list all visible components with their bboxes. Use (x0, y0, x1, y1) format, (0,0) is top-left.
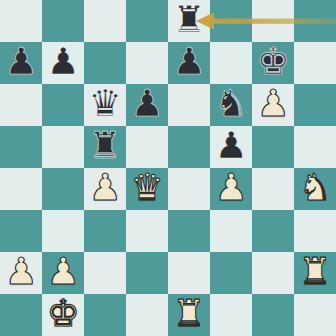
black-pawn-a7[interactable]: ♟ (4, 41, 37, 83)
square-e8[interactable]: ♜ (168, 0, 210, 42)
black-rook-c5[interactable]: ♜ (88, 125, 121, 167)
square-a5[interactable] (0, 126, 42, 168)
square-c3[interactable] (84, 210, 126, 252)
black-queen-c6[interactable]: ♛ (88, 83, 121, 125)
square-c2[interactable] (84, 252, 126, 294)
square-d2[interactable] (126, 252, 168, 294)
square-c7[interactable] (84, 42, 126, 84)
square-g8[interactable] (252, 0, 294, 42)
black-pawn-d6[interactable]: ♟ (130, 83, 163, 125)
square-b6[interactable] (42, 84, 84, 126)
square-h6[interactable] (294, 84, 336, 126)
square-a4[interactable] (0, 168, 42, 210)
square-a2[interactable]: ♟ (0, 252, 42, 294)
square-e6[interactable] (168, 84, 210, 126)
square-c6[interactable]: ♛ (84, 84, 126, 126)
square-a6[interactable] (0, 84, 42, 126)
square-b2[interactable]: ♟ (42, 252, 84, 294)
square-e3[interactable] (168, 210, 210, 252)
square-d6[interactable]: ♟ (126, 84, 168, 126)
chess-board: ♜♟♟♟♚♛♟♞♟♜♟♟♛♟♞♟♟♜♚♜ (0, 0, 336, 336)
square-e2[interactable] (168, 252, 210, 294)
square-d5[interactable] (126, 126, 168, 168)
white-pawn-g6[interactable]: ♟ (256, 83, 289, 125)
square-g3[interactable] (252, 210, 294, 252)
square-f7[interactable] (210, 42, 252, 84)
square-b1[interactable]: ♚ (42, 294, 84, 336)
square-h7[interactable] (294, 42, 336, 84)
square-e4[interactable] (168, 168, 210, 210)
square-a1[interactable] (0, 294, 42, 336)
black-king-g7[interactable]: ♚ (256, 41, 289, 83)
square-f2[interactable] (210, 252, 252, 294)
square-h1[interactable] (294, 294, 336, 336)
square-d3[interactable] (126, 210, 168, 252)
square-e7[interactable]: ♟ (168, 42, 210, 84)
square-a3[interactable] (0, 210, 42, 252)
white-king-b1[interactable]: ♚ (46, 293, 79, 335)
square-h3[interactable] (294, 210, 336, 252)
white-pawn-b2[interactable]: ♟ (46, 251, 79, 293)
square-f6[interactable]: ♞ (210, 84, 252, 126)
square-e1[interactable]: ♜ (168, 294, 210, 336)
square-b7[interactable]: ♟ (42, 42, 84, 84)
white-pawn-a2[interactable]: ♟ (4, 251, 37, 293)
white-pawn-c4[interactable]: ♟ (88, 167, 121, 209)
square-d4[interactable]: ♛ (126, 168, 168, 210)
square-d7[interactable] (126, 42, 168, 84)
square-h4[interactable]: ♞ (294, 168, 336, 210)
white-knight-h4[interactable]: ♞ (298, 167, 331, 209)
black-pawn-e7[interactable]: ♟ (172, 41, 205, 83)
black-pawn-b7[interactable]: ♟ (46, 41, 79, 83)
square-c1[interactable] (84, 294, 126, 336)
square-h5[interactable] (294, 126, 336, 168)
square-g7[interactable]: ♚ (252, 42, 294, 84)
square-h2[interactable]: ♜ (294, 252, 336, 294)
square-b5[interactable] (42, 126, 84, 168)
square-a7[interactable]: ♟ (0, 42, 42, 84)
square-h8[interactable] (294, 0, 336, 42)
white-rook-h2[interactable]: ♜ (298, 251, 331, 293)
square-b8[interactable] (42, 0, 84, 42)
square-c4[interactable]: ♟ (84, 168, 126, 210)
square-a8[interactable] (0, 0, 42, 42)
square-b3[interactable] (42, 210, 84, 252)
square-f4[interactable]: ♟ (210, 168, 252, 210)
white-rook-e1[interactable]: ♜ (172, 293, 205, 335)
square-g5[interactable] (252, 126, 294, 168)
square-d8[interactable] (126, 0, 168, 42)
square-g2[interactable] (252, 252, 294, 294)
black-rook-e8[interactable]: ♜ (172, 0, 205, 41)
square-c5[interactable]: ♜ (84, 126, 126, 168)
white-pawn-f4[interactable]: ♟ (214, 167, 247, 209)
square-d1[interactable] (126, 294, 168, 336)
square-g1[interactable] (252, 294, 294, 336)
white-queen-d4[interactable]: ♛ (130, 167, 163, 209)
square-g4[interactable] (252, 168, 294, 210)
square-f8[interactable] (210, 0, 252, 42)
square-e5[interactable] (168, 126, 210, 168)
square-b4[interactable] (42, 168, 84, 210)
chess-app: ♜♟♟♟♚♛♟♞♟♜♟♟♛♟♞♟♟♜♚♜ (0, 0, 336, 336)
square-g6[interactable]: ♟ (252, 84, 294, 126)
black-knight-f6[interactable]: ♞ (214, 83, 247, 125)
square-f5[interactable]: ♟ (210, 126, 252, 168)
black-pawn-f5[interactable]: ♟ (214, 125, 247, 167)
square-c8[interactable] (84, 0, 126, 42)
square-f1[interactable] (210, 294, 252, 336)
square-f3[interactable] (210, 210, 252, 252)
